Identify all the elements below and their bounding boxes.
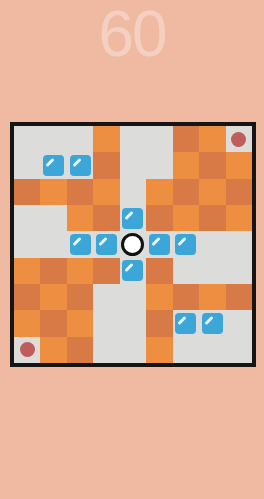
board-cell-r5-c4	[120, 258, 146, 284]
board-cell-r2-c0	[14, 179, 40, 205]
board-cell-r1-c0	[14, 152, 40, 178]
ice-shine-highlight	[98, 237, 107, 246]
board-cell-r8-c6	[173, 337, 199, 363]
ice-tile[interactable]	[149, 234, 170, 255]
board-cell-r1-c8	[226, 152, 252, 178]
red-disc	[231, 132, 246, 147]
ice-tile[interactable]	[43, 155, 64, 176]
board-cell-r3-c8	[226, 205, 252, 231]
ice-tile[interactable]	[202, 313, 223, 334]
board-cell-r2-c1	[40, 179, 66, 205]
board-cell-r1-c1	[40, 152, 66, 178]
board-cell-r6-c3	[93, 284, 119, 310]
board-cell-r2-c6	[173, 179, 199, 205]
board-cell-r8-c7	[199, 337, 225, 363]
board-cell-r4-c6	[173, 231, 199, 257]
board-cell-r5-c3	[93, 258, 119, 284]
board-cell-r7-c0	[14, 310, 40, 336]
board-cell-r5-c0	[14, 258, 40, 284]
board-cell-r8-c2	[67, 337, 93, 363]
ice-shine-highlight	[178, 237, 187, 246]
board-cell-r8-c1	[40, 337, 66, 363]
board-cell-r4-c8	[226, 231, 252, 257]
board-cell-r8-c0	[14, 337, 40, 363]
board-cell-r1-c3	[93, 152, 119, 178]
game-screen: 60	[0, 0, 264, 499]
ice-shine-highlight	[72, 237, 81, 246]
board-cell-r1-c2	[67, 152, 93, 178]
board-cell-r2-c4	[120, 179, 146, 205]
board-cell-r7-c8	[226, 310, 252, 336]
board-cell-r6-c4	[120, 284, 146, 310]
board-cell-r0-c7	[199, 126, 225, 152]
board-cell-r2-c7	[199, 179, 225, 205]
board-cell-r4-c3	[93, 231, 119, 257]
board-cell-r7-c5	[146, 310, 172, 336]
board-cell-r3-c2	[67, 205, 93, 231]
board-cell-r7-c2	[67, 310, 93, 336]
board-cell-r1-c4	[120, 152, 146, 178]
board-cell-r7-c1	[40, 310, 66, 336]
board-cell-r1-c7	[199, 152, 225, 178]
board-cell-r5-c5	[146, 258, 172, 284]
board-cell-r1-c6	[173, 152, 199, 178]
board-cell-r7-c7	[199, 310, 225, 336]
board-cell-r7-c4	[120, 310, 146, 336]
ice-shine-highlight	[204, 316, 213, 325]
board-cell-r3-c0	[14, 205, 40, 231]
board-cell-r0-c5	[146, 126, 172, 152]
board-cell-r2-c3	[93, 179, 119, 205]
board-cell-r6-c6	[173, 284, 199, 310]
board-cell-r3-c7	[199, 205, 225, 231]
ice-tile[interactable]	[96, 234, 117, 255]
red-disc	[20, 342, 35, 357]
game-board	[10, 122, 256, 367]
board-cell-r5-c6	[173, 258, 199, 284]
board-cell-r8-c8	[226, 337, 252, 363]
ice-tile[interactable]	[70, 234, 91, 255]
board-cell-r8-c4	[120, 337, 146, 363]
board-cell-r8-c5	[146, 337, 172, 363]
board-cell-r0-c8	[226, 126, 252, 152]
ice-shine-highlight	[72, 158, 81, 167]
board-cell-r3-c3	[93, 205, 119, 231]
board-cell-r3-c4	[120, 205, 146, 231]
board-cell-r5-c2	[67, 258, 93, 284]
board-cell-r2-c5	[146, 179, 172, 205]
board-cell-r5-c8	[226, 258, 252, 284]
timer-display: 60	[0, 2, 264, 66]
board-cell-r2-c8	[226, 179, 252, 205]
board-cell-r0-c6	[173, 126, 199, 152]
board-cell-r0-c3	[93, 126, 119, 152]
ice-shine-highlight	[151, 237, 160, 246]
board-cell-r6-c8	[226, 284, 252, 310]
board-cell-r0-c2	[67, 126, 93, 152]
ice-tile[interactable]	[175, 234, 196, 255]
board-cell-r2-c2	[67, 179, 93, 205]
ice-tile[interactable]	[70, 155, 91, 176]
board-cell-r8-c3	[93, 337, 119, 363]
board-cell-r6-c5	[146, 284, 172, 310]
board-cell-r7-c3	[93, 310, 119, 336]
board-cell-r6-c2	[67, 284, 93, 310]
board-cell-r6-c7	[199, 284, 225, 310]
board-cell-r5-c1	[40, 258, 66, 284]
board-cell-r4-c0	[14, 231, 40, 257]
board-cell-r6-c0	[14, 284, 40, 310]
board-cell-r0-c0	[14, 126, 40, 152]
board-cell-r4-c7	[199, 231, 225, 257]
board-cell-r6-c1	[40, 284, 66, 310]
board-cell-r3-c1	[40, 205, 66, 231]
board-cell-r3-c5	[146, 205, 172, 231]
board-cell-r0-c4	[120, 126, 146, 152]
ice-shine-highlight	[178, 316, 187, 325]
board-cell-r4-c4	[120, 231, 146, 257]
board-cell-r4-c2	[67, 231, 93, 257]
ice-shine-highlight	[125, 211, 134, 220]
ice-shine-highlight	[125, 263, 134, 272]
board-cell-r0-c1	[40, 126, 66, 152]
board-cell-r5-c7	[199, 258, 225, 284]
ice-tile[interactable]	[122, 260, 143, 281]
ice-tile[interactable]	[122, 208, 143, 229]
board-cell-r4-c5	[146, 231, 172, 257]
ice-tile[interactable]	[175, 313, 196, 334]
ice-shine-highlight	[46, 158, 55, 167]
board-cell-r3-c6	[173, 205, 199, 231]
board-cell-r4-c1	[40, 231, 66, 257]
board-cell-r1-c5	[146, 152, 172, 178]
target-ring	[121, 233, 144, 256]
board-cell-r7-c6	[173, 310, 199, 336]
